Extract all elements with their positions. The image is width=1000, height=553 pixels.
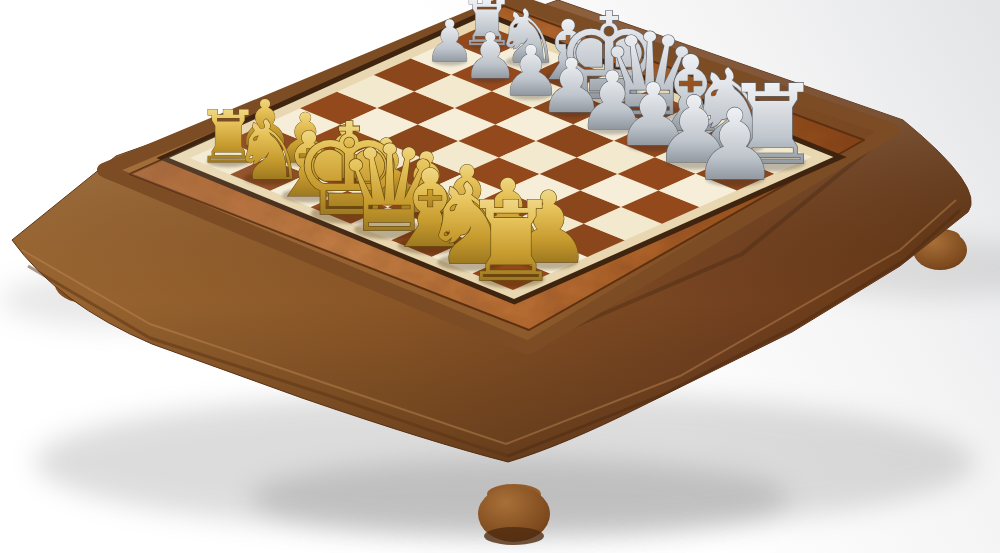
bun-foot-front <box>478 484 550 545</box>
piece-white-rook-a1: ♜ <box>462 178 561 306</box>
chess-set-photo: ♜♞♟♝♟♚♟♛♟♝♟♞♟♟♜♟♟♜♟♟♞♟♝♟♚♟♛♝♟♞♟♜ <box>0 0 1000 553</box>
piece-black-pawn-a7: ♟ <box>691 88 779 202</box>
gold-rook-glyph: ♜ <box>462 178 561 306</box>
silver-pawn-glyph: ♟ <box>691 88 779 202</box>
